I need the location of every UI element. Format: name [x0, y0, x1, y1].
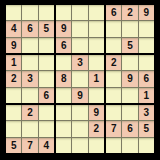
cell-r6c5: 9	[72, 88, 87, 103]
cell-r2c1: 4	[6, 21, 21, 36]
cell-r5c7[interactable]	[106, 71, 121, 86]
cell-r3c9[interactable]	[139, 38, 154, 53]
cell-r2c9[interactable]	[139, 21, 154, 36]
cell-r3c5[interactable]	[72, 38, 87, 53]
cell-r5c4: 8	[56, 71, 71, 86]
cell-r3c1: 9	[6, 38, 21, 53]
cell-r2c8[interactable]	[122, 21, 137, 36]
cell-r1c5[interactable]	[72, 5, 87, 20]
cell-r1c8: 2	[122, 5, 137, 20]
cell-r8c7: 7	[106, 121, 121, 136]
cell-r7c5[interactable]	[72, 105, 87, 120]
cell-r1c3[interactable]	[39, 5, 54, 20]
cell-r1c2[interactable]	[22, 5, 37, 20]
cell-r3c8: 5	[122, 38, 137, 53]
cell-r3c6[interactable]	[89, 38, 104, 53]
sudoku-box-r3c2: 92	[56, 105, 104, 153]
cell-r1c1[interactable]	[6, 5, 21, 20]
sudoku-box-r2c3: 2961	[106, 55, 154, 103]
sudoku-box-r1c3: 6295	[106, 5, 154, 53]
cell-r4c4[interactable]	[56, 55, 71, 70]
cell-r8c9: 5	[139, 121, 154, 136]
sudoku-box-r2c1: 1236	[6, 55, 54, 103]
cell-r9c5[interactable]	[72, 138, 87, 153]
cell-r4c6[interactable]	[89, 55, 104, 70]
cell-r4c1: 1	[6, 55, 21, 70]
cell-r9c7[interactable]	[106, 138, 121, 153]
cell-r5c3[interactable]	[39, 71, 54, 86]
cell-r5c2: 3	[22, 71, 37, 86]
cell-r7c2: 2	[22, 105, 37, 120]
cell-r6c6[interactable]	[89, 88, 104, 103]
cell-r7c7[interactable]	[106, 105, 121, 120]
cell-r9c3: 4	[39, 138, 54, 153]
cell-r8c6: 2	[89, 121, 104, 136]
cell-r7c6: 9	[89, 105, 104, 120]
cell-r4c2[interactable]	[22, 55, 37, 70]
cell-r9c1: 5	[6, 138, 21, 153]
cell-r4c8[interactable]	[122, 55, 137, 70]
cell-r5c6: 1	[89, 71, 104, 86]
cell-r7c1[interactable]	[6, 105, 21, 120]
cell-r6c8[interactable]	[122, 88, 137, 103]
cell-r2c4: 9	[56, 21, 71, 36]
cell-r9c2: 7	[22, 138, 37, 153]
cell-r9c8[interactable]	[122, 138, 137, 153]
cell-r8c3[interactable]	[39, 121, 54, 136]
cell-r1c9: 9	[139, 5, 154, 20]
cell-r9c9[interactable]	[139, 138, 154, 153]
cell-r4c5: 3	[72, 55, 87, 70]
cell-r8c1[interactable]	[6, 121, 21, 136]
cell-r8c5[interactable]	[72, 121, 87, 136]
sudoku-box-r1c2: 96	[56, 5, 104, 53]
cell-r6c1[interactable]	[6, 88, 21, 103]
cell-r2c2: 6	[22, 21, 37, 36]
cell-r2c6[interactable]	[89, 21, 104, 36]
cell-r7c3[interactable]	[39, 105, 54, 120]
cell-r9c6[interactable]	[89, 138, 104, 153]
sudoku-box-r2c2: 3819	[56, 55, 104, 103]
cell-r5c8: 9	[122, 71, 137, 86]
cell-r6c3: 6	[39, 88, 54, 103]
cell-r1c7: 6	[106, 5, 121, 20]
cell-r9c4[interactable]	[56, 138, 71, 153]
cell-r3c3[interactable]	[39, 38, 54, 53]
cell-r3c4: 6	[56, 38, 71, 53]
cell-r7c8[interactable]	[122, 105, 137, 120]
sudoku-box-r3c1: 2574	[6, 105, 54, 153]
cell-r3c7[interactable]	[106, 38, 121, 53]
cell-r6c4[interactable]	[56, 88, 71, 103]
cell-r6c2[interactable]	[22, 88, 37, 103]
cell-r4c9[interactable]	[139, 55, 154, 70]
cell-r4c7: 2	[106, 55, 121, 70]
cell-r1c6[interactable]	[89, 5, 104, 20]
cell-r6c9: 1	[139, 88, 154, 103]
cell-r8c8: 6	[122, 121, 137, 136]
cell-r2c7[interactable]	[106, 21, 121, 36]
cell-r1c4[interactable]	[56, 5, 71, 20]
sudoku-board: 46599662951236381929612574923765	[4, 3, 156, 155]
cell-r4c3[interactable]	[39, 55, 54, 70]
cell-r3c2[interactable]	[22, 38, 37, 53]
cell-r5c1: 2	[6, 71, 21, 86]
sudoku-box-r1c1: 4659	[6, 5, 54, 53]
cell-r5c5[interactable]	[72, 71, 87, 86]
cell-r8c4[interactable]	[56, 121, 71, 136]
cell-r7c4[interactable]	[56, 105, 71, 120]
cell-r7c9: 3	[139, 105, 154, 120]
sudoku-box-r3c3: 3765	[106, 105, 154, 153]
cell-r2c5[interactable]	[72, 21, 87, 36]
cell-r2c3: 5	[39, 21, 54, 36]
cell-r8c2[interactable]	[22, 121, 37, 136]
cell-r5c9: 6	[139, 71, 154, 86]
cell-r6c7[interactable]	[106, 88, 121, 103]
